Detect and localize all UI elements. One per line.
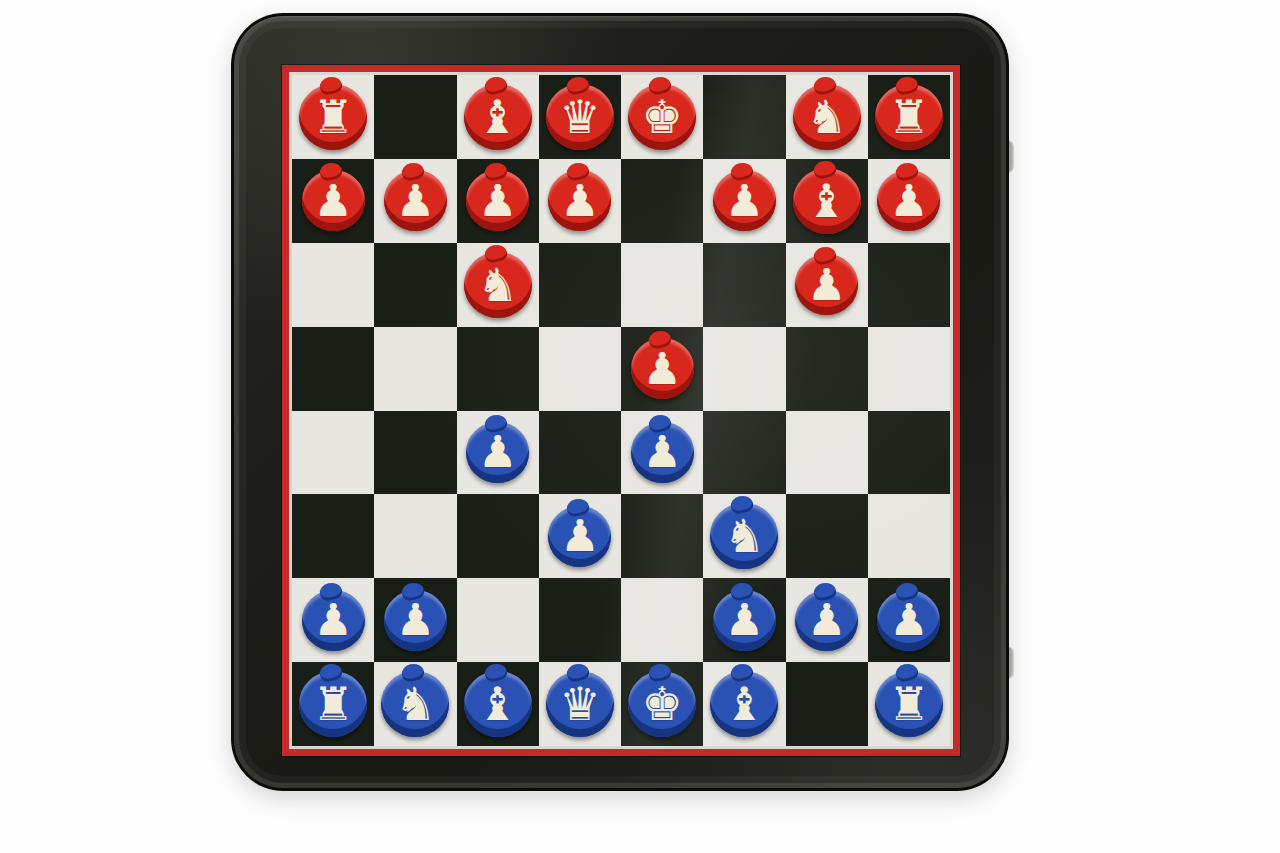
square-f4[interactable] (703, 411, 785, 495)
square-g6[interactable]: ♟ (786, 243, 868, 327)
square-d5[interactable] (539, 327, 621, 411)
pawn-glyph-icon: ♟ (478, 179, 517, 223)
square-b6[interactable] (374, 243, 456, 327)
square-g1[interactable] (786, 662, 868, 746)
square-e2[interactable] (621, 578, 703, 662)
square-d3[interactable]: ♟ (539, 494, 621, 578)
square-h2[interactable]: ♟ (868, 578, 950, 662)
bishop-glyph-icon: ♝ (477, 681, 518, 727)
square-c1[interactable]: ♝ (457, 662, 539, 746)
blue-rook-h1[interactable]: ♜ (875, 671, 943, 737)
red-knight-g8[interactable]: ♞ (793, 84, 861, 150)
square-g2[interactable]: ♟ (786, 578, 868, 662)
square-g7[interactable]: ♝ (786, 159, 868, 243)
board-frame: ♜♝♛♚♞♜♟♟♟♟♟♝♟♞♟♟♟♟♟♞♟♟♟♟♟♜♞♝♛♚♝♜ (282, 65, 960, 756)
red-pawn-d7[interactable]: ♟ (548, 170, 611, 231)
knight-glyph-icon: ♞ (477, 262, 518, 308)
blue-pawn-b2[interactable]: ♟ (384, 590, 447, 651)
square-c5[interactable] (457, 327, 539, 411)
red-pawn-b7[interactable]: ♟ (384, 170, 447, 231)
pawn-glyph-icon: ♟ (313, 598, 352, 642)
knight-glyph-icon: ♞ (724, 513, 765, 559)
photo-scene: ♜♝♛♚♞♜♟♟♟♟♟♝♟♞♟♟♟♟♟♞♟♟♟♟♟♜♞♝♛♚♝♜ (0, 0, 1280, 853)
blue-pawn-d3[interactable]: ♟ (548, 506, 611, 567)
square-f6[interactable] (703, 243, 785, 327)
rook-glyph-icon: ♜ (313, 94, 354, 140)
square-c6[interactable]: ♞ (457, 243, 539, 327)
square-c7[interactable]: ♟ (457, 159, 539, 243)
pawn-glyph-icon: ♟ (725, 598, 764, 642)
square-f7[interactable]: ♟ (703, 159, 785, 243)
blue-queen-d1[interactable]: ♛ (546, 671, 614, 737)
bishop-glyph-icon: ♝ (477, 94, 518, 140)
red-pawn-a7[interactable]: ♟ (302, 170, 365, 231)
pawn-glyph-icon: ♟ (807, 598, 846, 642)
bishop-glyph-icon: ♝ (806, 178, 847, 224)
blue-pawn-c4[interactable]: ♟ (466, 422, 529, 483)
square-b5[interactable] (374, 327, 456, 411)
red-pawn-f7[interactable]: ♟ (713, 170, 776, 231)
square-d6[interactable] (539, 243, 621, 327)
square-f8[interactable] (703, 75, 785, 159)
blue-pawn-h2[interactable]: ♟ (877, 590, 940, 651)
square-e3[interactable] (621, 494, 703, 578)
blue-knight-b1[interactable]: ♞ (381, 671, 449, 737)
pawn-glyph-icon: ♟ (889, 179, 928, 223)
magnetic-chess-tin: ♜♝♛♚♞♜♟♟♟♟♟♝♟♞♟♟♟♟♟♞♟♟♟♟♟♜♞♝♛♚♝♜ (231, 13, 1009, 791)
pawn-glyph-icon: ♟ (560, 514, 599, 558)
square-a4[interactable] (292, 411, 374, 495)
square-b8[interactable] (374, 75, 456, 159)
square-d8[interactable]: ♛ (539, 75, 621, 159)
red-rook-a8[interactable]: ♜ (299, 84, 367, 150)
square-a6[interactable] (292, 243, 374, 327)
blue-pawn-a2[interactable]: ♟ (302, 590, 365, 651)
pawn-glyph-icon: ♟ (560, 179, 599, 223)
square-d7[interactable]: ♟ (539, 159, 621, 243)
square-e4[interactable]: ♟ (621, 411, 703, 495)
pawn-glyph-icon: ♟ (807, 263, 846, 307)
blue-bishop-f1[interactable]: ♝ (710, 671, 778, 737)
red-queen-d8[interactable]: ♛ (546, 84, 614, 150)
square-g5[interactable] (786, 327, 868, 411)
queen-glyph-icon: ♛ (559, 681, 600, 727)
square-b4[interactable] (374, 411, 456, 495)
square-c8[interactable]: ♝ (457, 75, 539, 159)
square-e7[interactable] (621, 159, 703, 243)
square-a3[interactable] (292, 494, 374, 578)
square-e8[interactable]: ♚ (621, 75, 703, 159)
red-bishop-g7[interactable]: ♝ (793, 168, 861, 234)
red-pawn-e5[interactable]: ♟ (631, 338, 694, 399)
blue-king-e1[interactable]: ♚ (628, 671, 696, 737)
red-pawn-h7[interactable]: ♟ (877, 170, 940, 231)
red-pawn-c7[interactable]: ♟ (466, 170, 529, 231)
square-g3[interactable] (786, 494, 868, 578)
square-h7[interactable]: ♟ (868, 159, 950, 243)
blue-pawn-e4[interactable]: ♟ (631, 422, 694, 483)
square-f2[interactable]: ♟ (703, 578, 785, 662)
pawn-glyph-icon: ♟ (889, 598, 928, 642)
square-h5[interactable] (868, 327, 950, 411)
square-d1[interactable]: ♛ (539, 662, 621, 746)
blue-bishop-c1[interactable]: ♝ (464, 671, 532, 737)
square-h1[interactable]: ♜ (868, 662, 950, 746)
pawn-glyph-icon: ♟ (725, 179, 764, 223)
square-a8[interactable]: ♜ (292, 75, 374, 159)
blue-pawn-f2[interactable]: ♟ (713, 590, 776, 651)
king-glyph-icon: ♚ (642, 94, 683, 140)
square-c4[interactable]: ♟ (457, 411, 539, 495)
square-g4[interactable] (786, 411, 868, 495)
blue-pawn-g2[interactable]: ♟ (795, 590, 858, 651)
rook-glyph-icon: ♜ (888, 94, 929, 140)
pawn-glyph-icon: ♟ (313, 179, 352, 223)
square-a7[interactable]: ♟ (292, 159, 374, 243)
square-a1[interactable]: ♜ (292, 662, 374, 746)
king-glyph-icon: ♚ (642, 681, 683, 727)
pawn-glyph-icon: ♟ (642, 347, 681, 391)
board: ♜♝♛♚♞♜♟♟♟♟♟♝♟♞♟♟♟♟♟♞♟♟♟♟♟♜♞♝♛♚♝♜ (292, 75, 950, 746)
blue-rook-a1[interactable]: ♜ (299, 671, 367, 737)
square-b3[interactable] (374, 494, 456, 578)
square-e6[interactable] (621, 243, 703, 327)
square-c3[interactable] (457, 494, 539, 578)
pawn-glyph-icon: ♟ (478, 430, 517, 474)
square-c2[interactable] (457, 578, 539, 662)
square-h6[interactable] (868, 243, 950, 327)
square-g8[interactable]: ♞ (786, 75, 868, 159)
pawn-glyph-icon: ♟ (642, 430, 681, 474)
square-e1[interactable]: ♚ (621, 662, 703, 746)
square-f5[interactable] (703, 327, 785, 411)
square-a5[interactable] (292, 327, 374, 411)
red-knight-c6[interactable]: ♞ (464, 252, 532, 318)
rook-glyph-icon: ♜ (888, 681, 929, 727)
pawn-glyph-icon: ♟ (396, 179, 435, 223)
knight-glyph-icon: ♞ (806, 94, 847, 140)
rook-glyph-icon: ♜ (313, 681, 354, 727)
queen-glyph-icon: ♛ (559, 94, 600, 140)
square-h8[interactable]: ♜ (868, 75, 950, 159)
square-e5[interactable]: ♟ (621, 327, 703, 411)
square-f1[interactable]: ♝ (703, 662, 785, 746)
square-d4[interactable] (539, 411, 621, 495)
bishop-glyph-icon: ♝ (724, 681, 765, 727)
square-h3[interactable] (868, 494, 950, 578)
red-rook-h8[interactable]: ♜ (875, 84, 943, 150)
red-pawn-g6[interactable]: ♟ (795, 254, 858, 315)
square-b7[interactable]: ♟ (374, 159, 456, 243)
square-b2[interactable]: ♟ (374, 578, 456, 662)
square-h4[interactable] (868, 411, 950, 495)
blue-knight-f3[interactable]: ♞ (710, 503, 778, 569)
red-king-e8[interactable]: ♚ (628, 84, 696, 150)
red-bishop-c8[interactable]: ♝ (464, 84, 532, 150)
pawn-glyph-icon: ♟ (396, 598, 435, 642)
knight-glyph-icon: ♞ (395, 681, 436, 727)
square-b1[interactable]: ♞ (374, 662, 456, 746)
square-a2[interactable]: ♟ (292, 578, 374, 662)
square-f3[interactable]: ♞ (703, 494, 785, 578)
square-d2[interactable] (539, 578, 621, 662)
